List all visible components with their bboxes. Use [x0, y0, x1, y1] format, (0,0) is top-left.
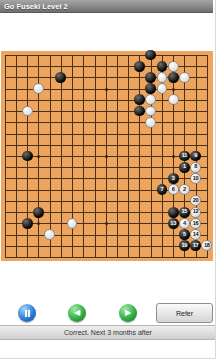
grid-line-horizontal [5, 235, 208, 236]
move-number-label: 5 [183, 232, 186, 238]
black-stone [145, 83, 156, 94]
star-point [37, 222, 40, 225]
move-20-white-stone: 20 [190, 195, 201, 206]
black-stone [134, 61, 145, 72]
pause-button[interactable] [18, 304, 36, 322]
refer-button[interactable]: Refer [156, 303, 213, 323]
status-bar: Correct. Next 3 months after [0, 325, 216, 340]
grid-line-vertical [117, 55, 118, 258]
black-stone [145, 72, 156, 83]
star-point [172, 155, 175, 158]
star-point [37, 155, 40, 158]
move-number-label: 3 [172, 176, 175, 182]
move-number-label: 12 [193, 209, 199, 215]
move-number-label: 16 [193, 221, 199, 227]
move-12-white-stone: 12 [190, 207, 201, 218]
star-point [105, 155, 108, 158]
title-bar: Go Fuseki Level 2 [0, 0, 213, 13]
black-stone [22, 151, 33, 162]
move-5-black-stone: 5 [179, 229, 190, 240]
white-stone [179, 72, 190, 83]
move-13-black-stone: 13 [168, 218, 179, 229]
white-stone [44, 229, 55, 240]
move-number-label: 1 [183, 164, 186, 170]
white-stone [168, 61, 179, 72]
move-4-white-stone: 4 [179, 218, 190, 229]
move-number-label: 8 [194, 164, 197, 170]
move-10-white-stone: 10 [190, 173, 201, 184]
white-stone [157, 72, 168, 83]
black-stone [145, 50, 156, 61]
move-number-label: 10 [193, 176, 199, 182]
move-number-label: 7 [161, 187, 164, 193]
move-number-label: 20 [193, 198, 199, 204]
move-11-black-stone: 11 [179, 151, 190, 162]
move-number-label: 14 [193, 232, 199, 238]
control-bar: ◀ ▶ Refer [0, 302, 216, 324]
black-stone [157, 61, 168, 72]
black-stone [134, 94, 145, 105]
move-number-label: 18 [204, 243, 210, 249]
star-point [105, 88, 108, 91]
move-2-white-stone: 2 [179, 184, 190, 195]
move-1-black-stone: 1 [179, 162, 190, 173]
white-stone [33, 83, 44, 94]
move-17-black-stone: 17 [190, 240, 201, 251]
move-16-white-stone: 16 [190, 218, 201, 229]
app-window: Go Fuseki Level 2 1234567891011121314151… [0, 0, 216, 359]
move-number-label: 17 [193, 243, 199, 249]
white-stone [168, 94, 179, 105]
move-9-black-stone: 9 [190, 151, 201, 162]
grid-line-horizontal [5, 246, 208, 247]
app-title: Go Fuseki Level 2 [4, 2, 68, 11]
grid-line-horizontal [5, 201, 208, 202]
move-18-white-stone: 18 [201, 240, 212, 251]
go-board[interactable]: 1234567891011121314151617181920 [1, 51, 213, 261]
move-number-label: 11 [182, 153, 187, 159]
move-14-white-stone: 14 [190, 229, 201, 240]
black-stone [22, 218, 33, 229]
white-stone [22, 106, 33, 117]
arrow-right-icon: ▶ [125, 309, 131, 317]
star-point [105, 222, 108, 225]
move-number-label: 4 [183, 221, 186, 227]
black-stone [33, 207, 44, 218]
white-stone [67, 218, 78, 229]
grid-line-vertical [139, 55, 140, 258]
grid-line-vertical [207, 55, 208, 258]
white-stone [145, 106, 156, 117]
move-number-label: 15 [182, 209, 188, 215]
black-stone [134, 106, 145, 117]
move-6-white-stone: 6 [168, 184, 179, 195]
move-15-black-stone: 15 [179, 207, 190, 218]
white-stone [145, 94, 156, 105]
black-stone [168, 207, 179, 218]
status-text: Correct. Next 3 months after [64, 329, 152, 336]
black-stone [168, 72, 179, 83]
move-7-black-stone: 7 [157, 184, 168, 195]
arrow-left-icon: ◀ [74, 309, 80, 317]
white-stone [157, 83, 168, 94]
move-19-black-stone: 19 [179, 240, 190, 251]
move-number-label: 9 [194, 153, 197, 159]
grid-line-vertical [128, 55, 129, 258]
move-3-black-stone: 3 [168, 173, 179, 184]
grid-line-horizontal [5, 167, 208, 168]
grid-line-horizontal [5, 257, 208, 258]
move-8-white-stone: 8 [190, 162, 201, 173]
black-stone [55, 72, 66, 83]
star-point [172, 88, 175, 91]
pause-icon [25, 310, 30, 317]
move-number-label: 19 [182, 243, 188, 249]
next-button[interactable]: ▶ [119, 304, 137, 322]
move-number-label: 6 [172, 187, 175, 193]
move-number-label: 2 [183, 187, 186, 193]
move-number-label: 13 [170, 221, 176, 227]
prev-button[interactable]: ◀ [68, 304, 86, 322]
white-stone [145, 117, 156, 128]
